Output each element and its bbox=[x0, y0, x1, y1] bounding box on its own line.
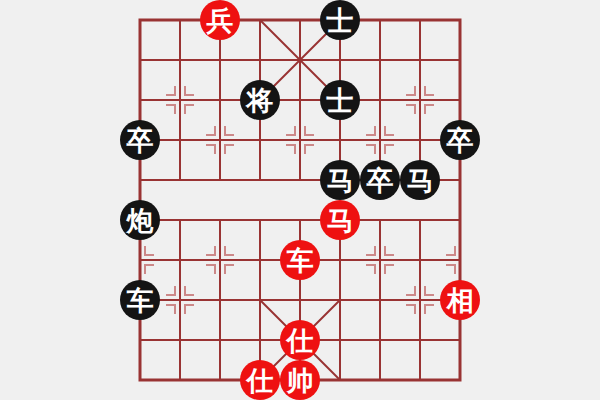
piece-black-advisor-2[interactable]: 士 bbox=[320, 80, 360, 120]
piece-red-pawn-1[interactable]: 兵 bbox=[200, 0, 240, 40]
piece-black-horse-1[interactable]: 马 bbox=[320, 160, 360, 200]
piece-black-rook[interactable]: 车 bbox=[120, 280, 160, 320]
piece-black-pawn-2[interactable]: 卒 bbox=[440, 120, 480, 160]
piece-black-advisor-1[interactable]: 士 bbox=[320, 0, 360, 40]
xiangqi-board: 兵士将士卒卒马卒马炮马车车相仕仕帅 bbox=[120, 0, 480, 400]
piece-black-horse-2[interactable]: 马 bbox=[400, 160, 440, 200]
piece-red-horse[interactable]: 马 bbox=[320, 200, 360, 240]
piece-black-pawn-1[interactable]: 卒 bbox=[120, 120, 160, 160]
piece-red-rook[interactable]: 车 bbox=[280, 240, 320, 280]
piece-black-general[interactable]: 将 bbox=[240, 80, 280, 120]
piece-red-advisor-2[interactable]: 仕 bbox=[240, 360, 280, 400]
xiangqi-app: 兵士将士卒卒马卒马炮马车车相仕仕帅 bbox=[0, 0, 600, 400]
piece-black-pawn-3[interactable]: 卒 bbox=[360, 160, 400, 200]
piece-red-elephant[interactable]: 相 bbox=[440, 280, 480, 320]
pieces-layer: 兵士将士卒卒马卒马炮马车车相仕仕帅 bbox=[120, 0, 480, 400]
piece-red-advisor-1[interactable]: 仕 bbox=[280, 320, 320, 360]
piece-black-cannon[interactable]: 炮 bbox=[120, 200, 160, 240]
piece-red-general[interactable]: 帅 bbox=[280, 360, 320, 400]
